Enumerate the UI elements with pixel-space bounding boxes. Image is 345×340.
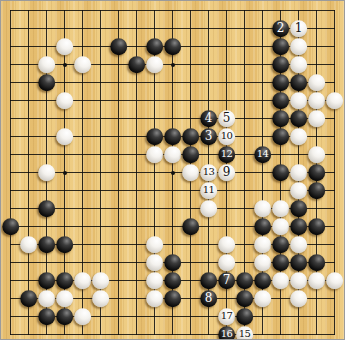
black-stone-move-12: 12 <box>218 146 236 164</box>
white-stone <box>308 272 326 290</box>
black-stone <box>290 200 308 218</box>
white-stone <box>308 110 326 128</box>
black-stone <box>38 272 56 290</box>
white-stone <box>290 38 308 56</box>
white-stone <box>92 272 110 290</box>
white-stone <box>290 182 308 200</box>
black-stone <box>236 308 254 326</box>
white-stone <box>272 200 290 218</box>
black-stone <box>254 272 272 290</box>
black-stone <box>20 290 38 308</box>
black-stone <box>38 200 56 218</box>
white-stone <box>308 74 326 92</box>
black-stone <box>200 272 218 290</box>
white-stone-move-11: 11 <box>200 182 218 200</box>
white-stone <box>290 92 308 110</box>
black-stone <box>290 218 308 236</box>
black-stone <box>308 164 326 182</box>
white-stone <box>146 290 164 308</box>
black-stone <box>164 272 182 290</box>
white-stone <box>218 236 236 254</box>
black-stone <box>56 308 74 326</box>
white-stone <box>272 218 290 236</box>
white-stone-move-17: 17 <box>218 308 236 326</box>
black-stone <box>290 74 308 92</box>
black-stone <box>254 218 272 236</box>
black-stone <box>236 272 254 290</box>
star-point <box>171 63 175 67</box>
black-stone <box>236 290 254 308</box>
black-stone-move-7: 7 <box>218 272 236 290</box>
star-point <box>171 171 175 175</box>
black-stone <box>38 308 56 326</box>
white-stone <box>200 200 218 218</box>
black-stone <box>182 146 200 164</box>
white-stone-move-1: 1 <box>290 20 308 38</box>
black-stone <box>308 254 326 272</box>
black-stone <box>272 38 290 56</box>
white-stone <box>74 56 92 74</box>
white-stone <box>20 236 38 254</box>
white-stone <box>254 236 272 254</box>
black-stone-move-4: 4 <box>200 110 218 128</box>
white-stone <box>56 290 74 308</box>
white-stone-move-5: 5 <box>218 110 236 128</box>
white-stone <box>38 56 56 74</box>
white-stone <box>74 272 92 290</box>
white-stone <box>56 128 74 146</box>
white-stone <box>182 164 200 182</box>
white-stone <box>56 38 74 56</box>
black-stone <box>272 74 290 92</box>
white-stone-move-9: 9 <box>218 164 236 182</box>
black-stone <box>272 254 290 272</box>
black-stone <box>272 236 290 254</box>
white-stone <box>290 164 308 182</box>
white-stone <box>38 164 56 182</box>
star-point <box>63 63 67 67</box>
white-stone <box>146 272 164 290</box>
white-stone <box>254 254 272 272</box>
black-stone <box>308 182 326 200</box>
black-stone <box>164 128 182 146</box>
black-stone <box>308 218 326 236</box>
white-stone <box>326 92 344 110</box>
white-stone <box>254 290 272 308</box>
black-stone <box>56 236 74 254</box>
star-point <box>63 171 67 175</box>
black-stone <box>38 236 56 254</box>
white-stone <box>290 290 308 308</box>
black-stone-move-2: 2 <box>272 20 290 38</box>
black-stone <box>2 218 20 236</box>
white-stone <box>146 56 164 74</box>
white-stone <box>290 272 308 290</box>
white-stone <box>308 92 326 110</box>
white-stone-move-15: 15 <box>236 326 254 340</box>
grid-line-horizontal <box>10 190 335 191</box>
black-stone <box>128 56 146 74</box>
black-stone <box>272 128 290 146</box>
white-stone <box>146 254 164 272</box>
white-stone <box>74 308 92 326</box>
white-stone <box>218 254 236 272</box>
black-stone <box>56 272 74 290</box>
white-stone <box>146 236 164 254</box>
black-stone <box>272 92 290 110</box>
go-board[interactable]: 214531012141391178171615 <box>0 0 345 340</box>
black-stone <box>146 38 164 56</box>
white-stone <box>290 56 308 74</box>
white-stone <box>56 92 74 110</box>
grid-line-horizontal <box>10 334 335 335</box>
white-stone <box>308 146 326 164</box>
black-stone <box>272 56 290 74</box>
black-stone <box>164 254 182 272</box>
black-stone-move-8: 8 <box>200 290 218 308</box>
white-stone <box>290 236 308 254</box>
black-stone <box>182 128 200 146</box>
black-stone <box>38 74 56 92</box>
black-stone <box>164 290 182 308</box>
black-stone <box>272 164 290 182</box>
black-stone-move-3: 3 <box>200 128 218 146</box>
white-stone <box>326 272 344 290</box>
white-stone <box>92 290 110 308</box>
white-stone-move-10: 10 <box>218 128 236 146</box>
white-stone <box>254 200 272 218</box>
white-stone <box>146 146 164 164</box>
black-stone-move-14: 14 <box>254 146 272 164</box>
black-stone <box>164 38 182 56</box>
black-stone <box>290 110 308 128</box>
white-stone <box>290 128 308 146</box>
white-stone <box>164 146 182 164</box>
black-stone <box>110 38 128 56</box>
white-stone <box>272 272 290 290</box>
black-stone <box>182 218 200 236</box>
black-stone-move-16: 16 <box>218 326 236 340</box>
black-stone <box>290 254 308 272</box>
black-stone <box>272 110 290 128</box>
black-stone <box>146 128 164 146</box>
white-stone <box>38 290 56 308</box>
white-stone-move-13: 13 <box>200 164 218 182</box>
